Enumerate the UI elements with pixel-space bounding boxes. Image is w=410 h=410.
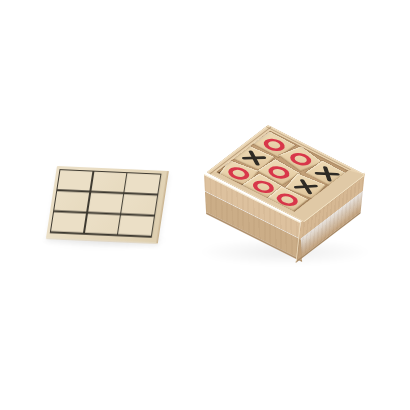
o-piece-icon [273,191,302,209]
tiles-layer [268,125,366,175]
lid-cell-r2c2 [118,215,153,236]
tictactoe-lid-board [46,166,169,244]
x-bar [293,184,318,188]
lid-cell-r0c2 [125,173,160,194]
lid-cell-r0c1 [91,172,126,193]
product-photo [0,0,410,410]
lid-cell-r2c1 [85,213,120,234]
o-piece-icon [259,136,288,154]
lid-cell-r1c1 [88,192,123,213]
lid-cell-r0c0 [57,170,92,191]
lid-cell-r2c0 [51,212,86,233]
o-piece-icon [225,164,252,181]
x-bar [314,172,340,176]
lid-cell-r1c0 [54,191,89,212]
lid-cell-r1c2 [122,194,157,215]
x-bar [241,156,267,160]
lid-board-grid [49,169,161,238]
o-piece-icon [286,150,316,167]
